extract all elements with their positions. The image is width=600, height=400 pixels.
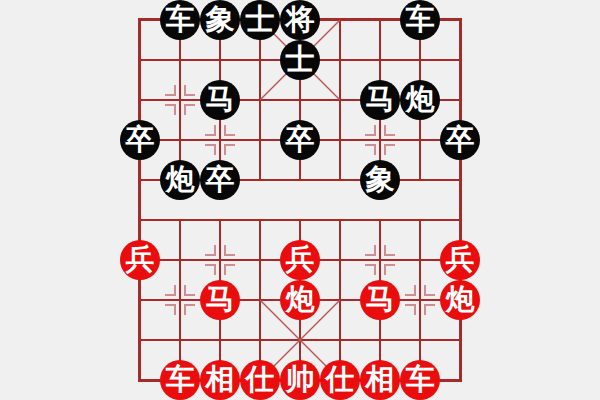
piece-black-elephant[interactable]: 象 <box>360 160 400 200</box>
piece-red-elephant[interactable]: 相 <box>200 360 240 400</box>
piece-black-cannon[interactable]: 炮 <box>400 80 440 120</box>
piece-black-soldier[interactable]: 卒 <box>280 120 320 160</box>
piece-red-advisor[interactable]: 仕 <box>240 360 280 400</box>
piece-red-general[interactable]: 帅 <box>280 360 320 400</box>
piece-red-cannon[interactable]: 炮 <box>280 280 320 320</box>
piece-black-soldier[interactable]: 卒 <box>200 160 240 200</box>
piece-black-chariot[interactable]: 车 <box>400 0 440 40</box>
piece-red-soldier[interactable]: 兵 <box>280 240 320 280</box>
pieces-layer: 车象士将车士马马炮卒卒卒炮卒象兵兵兵马炮马炮车相仕帅仕相车 <box>120 0 480 400</box>
piece-black-soldier[interactable]: 卒 <box>120 120 160 160</box>
piece-black-elephant[interactable]: 象 <box>200 0 240 40</box>
piece-black-horse[interactable]: 马 <box>200 80 240 120</box>
piece-red-soldier[interactable]: 兵 <box>440 240 480 280</box>
piece-black-soldier[interactable]: 卒 <box>440 120 480 160</box>
piece-red-advisor[interactable]: 仕 <box>320 360 360 400</box>
piece-red-elephant[interactable]: 相 <box>360 360 400 400</box>
piece-red-chariot[interactable]: 车 <box>160 360 200 400</box>
piece-black-advisor[interactable]: 士 <box>240 0 280 40</box>
piece-red-cannon[interactable]: 炮 <box>440 280 480 320</box>
piece-red-horse[interactable]: 马 <box>200 280 240 320</box>
piece-black-advisor[interactable]: 士 <box>280 40 320 80</box>
piece-red-soldier[interactable]: 兵 <box>120 240 160 280</box>
piece-red-horse[interactable]: 马 <box>360 280 400 320</box>
xiangqi-diagram: 车象士将车士马马炮卒卒卒炮卒象兵兵兵马炮马炮车相仕帅仕相车 <box>0 0 600 400</box>
piece-black-horse[interactable]: 马 <box>360 80 400 120</box>
piece-black-cannon[interactable]: 炮 <box>160 160 200 200</box>
piece-black-chariot[interactable]: 车 <box>160 0 200 40</box>
piece-red-chariot[interactable]: 车 <box>400 360 440 400</box>
piece-black-general[interactable]: 将 <box>280 0 320 40</box>
